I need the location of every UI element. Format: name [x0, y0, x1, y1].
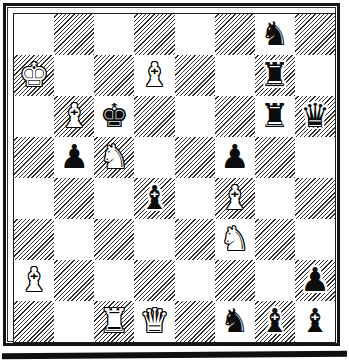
- piece-white-bishop-b6[interactable]: ♝: [59, 99, 89, 132]
- square-b6[interactable]: ♝: [54, 96, 94, 137]
- square-f6[interactable]: [215, 96, 255, 137]
- square-d2[interactable]: [134, 260, 174, 301]
- piece-black-queen-h6[interactable]: ♛: [300, 99, 330, 132]
- square-e5[interactable]: [175, 137, 215, 178]
- chess-diagram-page: ♞♚♝♜♝♚♜♛♟♞♟♝♝♞♝♟♜♛♞♝♝: [0, 0, 349, 360]
- square-a2[interactable]: ♝: [14, 260, 54, 301]
- square-a1[interactable]: [14, 301, 54, 342]
- square-a8[interactable]: [14, 14, 54, 55]
- square-c1[interactable]: ♜: [94, 301, 134, 342]
- square-c3[interactable]: [94, 219, 134, 260]
- square-g1[interactable]: ♝: [255, 301, 295, 342]
- chess-board: ♞♚♝♜♝♚♜♛♟♞♟♝♝♞♝♟♜♛♞♝♝: [13, 13, 336, 343]
- square-e2[interactable]: [175, 260, 215, 301]
- square-c8[interactable]: [94, 14, 134, 55]
- square-b4[interactable]: [54, 178, 94, 219]
- piece-black-pawn-h2[interactable]: ♟: [300, 263, 330, 296]
- square-b8[interactable]: [54, 14, 94, 55]
- piece-white-knight-f3[interactable]: ♞: [220, 222, 250, 255]
- square-g5[interactable]: [255, 137, 295, 178]
- piece-white-bishop-a2[interactable]: ♝: [19, 263, 49, 296]
- square-d3[interactable]: [134, 219, 174, 260]
- square-g3[interactable]: [255, 219, 295, 260]
- square-f1[interactable]: ♞: [215, 301, 255, 342]
- square-b3[interactable]: [54, 219, 94, 260]
- square-h7[interactable]: [295, 55, 335, 96]
- square-h6[interactable]: ♛: [295, 96, 335, 137]
- square-c4[interactable]: [94, 178, 134, 219]
- square-g8[interactable]: ♞: [255, 14, 295, 55]
- piece-white-bishop-d7[interactable]: ♝: [140, 58, 170, 91]
- square-a4[interactable]: [14, 178, 54, 219]
- square-d6[interactable]: [134, 96, 174, 137]
- piece-black-pawn-f5[interactable]: ♟: [220, 140, 250, 173]
- piece-black-pawn-b5[interactable]: ♟: [59, 140, 89, 173]
- square-f2[interactable]: [215, 260, 255, 301]
- square-h5[interactable]: [295, 137, 335, 178]
- piece-white-bishop-f4[interactable]: ♝: [220, 181, 250, 214]
- square-a6[interactable]: [14, 96, 54, 137]
- square-c7[interactable]: [94, 55, 134, 96]
- square-b7[interactable]: [54, 55, 94, 96]
- square-h3[interactable]: [295, 219, 335, 260]
- square-e8[interactable]: [175, 14, 215, 55]
- square-f7[interactable]: [215, 55, 255, 96]
- square-e1[interactable]: [175, 301, 215, 342]
- square-a3[interactable]: [14, 219, 54, 260]
- square-g4[interactable]: [255, 178, 295, 219]
- square-e6[interactable]: [175, 96, 215, 137]
- square-g6[interactable]: ♜: [255, 96, 295, 137]
- square-d5[interactable]: [134, 137, 174, 178]
- square-g2[interactable]: [255, 260, 295, 301]
- piece-black-rook-g6[interactable]: ♜: [260, 99, 290, 132]
- board-frame: ♞♚♝♜♝♚♜♛♟♞♟♝♝♞♝♟♜♛♞♝♝: [3, 3, 340, 346]
- square-f4[interactable]: ♝: [215, 178, 255, 219]
- square-b5[interactable]: ♟: [54, 137, 94, 178]
- square-b2[interactable]: [54, 260, 94, 301]
- square-a7[interactable]: ♚: [14, 55, 54, 96]
- square-d7[interactable]: ♝: [134, 55, 174, 96]
- square-g7[interactable]: ♜: [255, 55, 295, 96]
- square-f5[interactable]: ♟: [215, 137, 255, 178]
- square-d4[interactable]: ♝: [134, 178, 174, 219]
- square-h8[interactable]: [295, 14, 335, 55]
- square-f3[interactable]: ♞: [215, 219, 255, 260]
- square-e4[interactable]: [175, 178, 215, 219]
- square-c5[interactable]: ♞: [94, 137, 134, 178]
- square-b1[interactable]: [54, 301, 94, 342]
- piece-black-knight-f1[interactable]: ♞: [220, 304, 250, 337]
- square-h1[interactable]: ♝: [295, 301, 335, 342]
- piece-white-king-a7[interactable]: ♚: [19, 58, 49, 91]
- piece-black-bishop-g1[interactable]: ♝: [260, 304, 290, 337]
- piece-black-king-c6[interactable]: ♚: [100, 99, 130, 132]
- piece-black-knight-g8[interactable]: ♞: [260, 17, 290, 50]
- square-d8[interactable]: [134, 14, 174, 55]
- piece-black-bishop-d4[interactable]: ♝: [140, 181, 170, 214]
- piece-white-rook-c1[interactable]: ♜: [100, 304, 130, 337]
- frame-base-shadow: [2, 351, 347, 359]
- square-c6[interactable]: ♚: [94, 96, 134, 137]
- piece-white-queen-d1[interactable]: ♛: [140, 304, 170, 337]
- square-e7[interactable]: [175, 55, 215, 96]
- square-e3[interactable]: [175, 219, 215, 260]
- square-d1[interactable]: ♛: [134, 301, 174, 342]
- square-h2[interactable]: ♟: [295, 260, 335, 301]
- piece-white-knight-c5[interactable]: ♞: [100, 140, 130, 173]
- piece-black-bishop-h1[interactable]: ♝: [300, 304, 330, 337]
- square-a5[interactable]: [14, 137, 54, 178]
- square-f8[interactable]: [215, 14, 255, 55]
- piece-black-rook-g7[interactable]: ♜: [260, 58, 290, 91]
- square-h4[interactable]: [295, 178, 335, 219]
- square-c2[interactable]: [94, 260, 134, 301]
